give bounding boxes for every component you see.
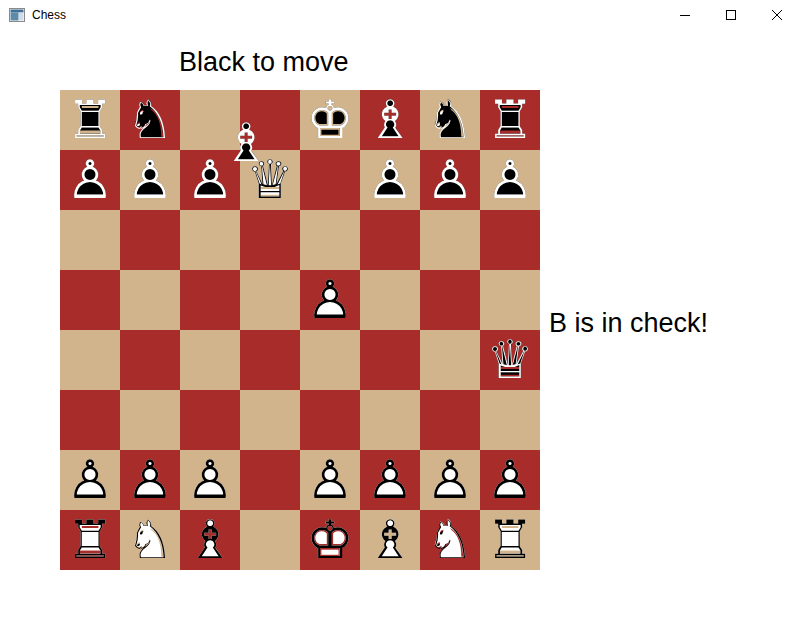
piece-glyph-outline: ♙: [120, 150, 180, 210]
square-c3[interactable]: [180, 390, 240, 450]
piece-glyph-outline: ♔: [300, 90, 360, 150]
piece-black-pawn[interactable]: ♟♙: [360, 150, 420, 210]
square-g2[interactable]: ♟♙: [420, 450, 480, 510]
square-e5[interactable]: ♟♙: [300, 270, 360, 330]
square-d6[interactable]: [240, 210, 300, 270]
square-f4[interactable]: [360, 330, 420, 390]
piece-white-rook[interactable]: ♜♖: [60, 510, 120, 570]
square-a2[interactable]: ♟♙: [60, 450, 120, 510]
minimize-icon: [679, 9, 691, 21]
square-d5[interactable]: [240, 270, 300, 330]
square-g8[interactable]: ♞♘: [420, 90, 480, 150]
piece-white-pawn[interactable]: ♟♙: [300, 450, 360, 510]
square-a1[interactable]: ♜♖: [60, 510, 120, 570]
square-h6[interactable]: [480, 210, 540, 270]
square-h2[interactable]: ♟♙: [480, 450, 540, 510]
piece-glyph-outline: ♙: [180, 450, 240, 510]
piece-black-pawn[interactable]: ♟♙: [480, 150, 540, 210]
square-b7[interactable]: ♟♙: [120, 150, 180, 210]
close-button[interactable]: [754, 0, 800, 30]
square-a6[interactable]: [60, 210, 120, 270]
piece-glyph-outline: ♙: [60, 450, 120, 510]
square-h5[interactable]: [480, 270, 540, 330]
square-g5[interactable]: [420, 270, 480, 330]
square-d3[interactable]: [240, 390, 300, 450]
square-c2[interactable]: ♟♙: [180, 450, 240, 510]
piece-glyph-outline: ♖: [480, 90, 540, 150]
piece-white-bishop[interactable]: ♝♗: [180, 510, 240, 570]
piece-white-rook[interactable]: ♜♖: [480, 510, 540, 570]
piece-white-bishop[interactable]: ♝♗: [360, 510, 420, 570]
app-icon: [9, 7, 25, 23]
square-h7[interactable]: ♟♙: [480, 150, 540, 210]
square-d2[interactable]: [240, 450, 300, 510]
piece-black-rook[interactable]: ♜♖: [480, 90, 540, 150]
square-g6[interactable]: [420, 210, 480, 270]
square-c6[interactable]: [180, 210, 240, 270]
piece-white-pawn[interactable]: ♟♙: [420, 450, 480, 510]
chess-board: ♜♖♞♘♚♔♝♗♞♘♜♖♟♙♟♙♟♙♛♕♟♙♟♙♟♙♟♙♛♕♟♙♟♙♟♙♟♙♟♙…: [60, 90, 540, 570]
piece-glyph-outline: ♗: [180, 510, 240, 570]
piece-glyph-outline: ♙: [360, 450, 420, 510]
square-a7[interactable]: ♟♙: [60, 150, 120, 210]
square-b6[interactable]: [120, 210, 180, 270]
piece-white-knight[interactable]: ♞♘: [120, 510, 180, 570]
square-b3[interactable]: [120, 390, 180, 450]
square-b4[interactable]: [120, 330, 180, 390]
square-f1[interactable]: ♝♗: [360, 510, 420, 570]
piece-white-pawn[interactable]: ♟♙: [60, 450, 120, 510]
square-f2[interactable]: ♟♙: [360, 450, 420, 510]
piece-black-queen[interactable]: ♛♕: [480, 330, 540, 390]
piece-glyph-outline: ♖: [480, 510, 540, 570]
square-a4[interactable]: [60, 330, 120, 390]
piece-glyph-outline: ♘: [120, 510, 180, 570]
piece-glyph-outline: ♗: [360, 510, 420, 570]
piece-white-king[interactable]: ♚♔: [300, 510, 360, 570]
square-f8[interactable]: ♝♗: [360, 90, 420, 150]
piece-black-pawn[interactable]: ♟♙: [420, 150, 480, 210]
piece-glyph-outline: ♖: [60, 510, 120, 570]
square-f5[interactable]: [360, 270, 420, 330]
square-f7[interactable]: ♟♙: [360, 150, 420, 210]
floating-black-bishop[interactable]: ♝♗: [216, 113, 276, 173]
piece-glyph-outline: ♙: [480, 150, 540, 210]
square-c4[interactable]: [180, 330, 240, 390]
piece-white-pawn[interactable]: ♟♙: [180, 450, 240, 510]
maximize-button[interactable]: [708, 0, 754, 30]
piece-glyph-outline: ♙: [480, 450, 540, 510]
piece-black-pawn[interactable]: ♟♙: [60, 150, 120, 210]
piece-white-pawn[interactable]: ♟♙: [120, 450, 180, 510]
square-e7[interactable]: [300, 150, 360, 210]
window-title: Chess: [32, 8, 66, 22]
maximize-icon: [725, 9, 737, 21]
piece-glyph-outline: ♕: [480, 330, 540, 390]
piece-glyph-outline: ♖: [60, 90, 120, 150]
square-h1[interactable]: ♜♖: [480, 510, 540, 570]
piece-black-bishop[interactable]: ♝♗: [360, 90, 420, 150]
square-f6[interactable]: [360, 210, 420, 270]
piece-glyph-outline: ♙: [60, 150, 120, 210]
square-d4[interactable]: [240, 330, 300, 390]
piece-black-knight[interactable]: ♞♘: [120, 90, 180, 150]
piece-glyph-outline: ♙: [300, 270, 360, 330]
piece-glyph-outline: ♙: [120, 450, 180, 510]
piece-glyph-outline: ♙: [420, 450, 480, 510]
square-e6[interactable]: [300, 210, 360, 270]
square-b2[interactable]: ♟♙: [120, 450, 180, 510]
piece-glyph-outline: ♘: [420, 510, 480, 570]
square-a5[interactable]: [60, 270, 120, 330]
square-b8[interactable]: ♞♘: [120, 90, 180, 150]
piece-glyph-outline: ♗: [360, 90, 420, 150]
square-e4[interactable]: [300, 330, 360, 390]
check-message: B is in check!: [549, 308, 708, 339]
piece-glyph-outline: ♙: [360, 150, 420, 210]
square-h3[interactable]: [480, 390, 540, 450]
piece-white-pawn[interactable]: ♟♙: [480, 450, 540, 510]
piece-glyph-outline: ♔: [300, 510, 360, 570]
square-g1[interactable]: ♞♘: [420, 510, 480, 570]
square-h4[interactable]: ♛♕: [480, 330, 540, 390]
close-icon: [771, 9, 783, 21]
square-e3[interactable]: [300, 390, 360, 450]
square-e2[interactable]: ♟♙: [300, 450, 360, 510]
piece-glyph-outline: ♘: [420, 90, 480, 150]
square-c1[interactable]: ♝♗: [180, 510, 240, 570]
title-bar: Chess: [0, 0, 800, 30]
piece-glyph-outline: ♙: [300, 450, 360, 510]
piece-white-pawn[interactable]: ♟♙: [360, 450, 420, 510]
square-b1[interactable]: ♞♘: [120, 510, 180, 570]
square-d1[interactable]: [240, 510, 300, 570]
piece-black-king[interactable]: ♚♔: [300, 90, 360, 150]
piece-white-knight[interactable]: ♞♘: [420, 510, 480, 570]
piece-black-pawn[interactable]: ♟♙: [120, 150, 180, 210]
square-h8[interactable]: ♜♖: [480, 90, 540, 150]
square-e1[interactable]: ♚♔: [300, 510, 360, 570]
square-g4[interactable]: [420, 330, 480, 390]
square-g3[interactable]: [420, 390, 480, 450]
piece-black-bishop[interactable]: ♝♗: [216, 113, 276, 173]
piece-white-pawn[interactable]: ♟♙: [300, 270, 360, 330]
square-g7[interactable]: ♟♙: [420, 150, 480, 210]
square-e8[interactable]: ♚♔: [300, 90, 360, 150]
square-a8[interactable]: ♜♖: [60, 90, 120, 150]
square-c5[interactable]: [180, 270, 240, 330]
square-b5[interactable]: [120, 270, 180, 330]
piece-black-knight[interactable]: ♞♘: [420, 90, 480, 150]
piece-glyph-outline: ♘: [120, 90, 180, 150]
piece-glyph-outline: ♗: [216, 113, 276, 173]
piece-black-rook[interactable]: ♜♖: [60, 90, 120, 150]
minimize-button[interactable]: [662, 0, 708, 30]
piece-glyph-outline: ♙: [420, 150, 480, 210]
square-a3[interactable]: [60, 390, 120, 450]
square-f3[interactable]: [360, 390, 420, 450]
turn-indicator: Black to move: [179, 47, 349, 78]
